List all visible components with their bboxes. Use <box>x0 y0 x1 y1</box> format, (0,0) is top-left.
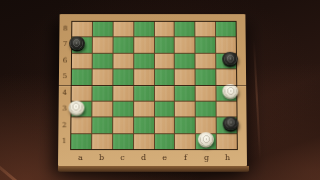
square-h4[interactable] <box>217 85 237 100</box>
file-label-a: a <box>70 150 91 166</box>
black-checker-a7[interactable] <box>69 36 85 50</box>
square-e8[interactable] <box>154 22 174 37</box>
square-c5[interactable] <box>113 69 133 84</box>
square-b6[interactable] <box>93 54 113 69</box>
square-d2[interactable] <box>134 118 154 133</box>
board-frame-right <box>237 21 247 150</box>
square-f2[interactable] <box>175 118 195 133</box>
square-f8[interactable] <box>175 22 195 37</box>
table-reflection <box>253 40 261 160</box>
black-checker-h6[interactable] <box>222 52 238 66</box>
square-d1[interactable] <box>134 134 154 149</box>
file-labels: abcdefgh <box>58 150 247 166</box>
square-g2[interactable] <box>196 118 216 133</box>
file-label-e: e <box>154 150 175 166</box>
rank-label-2: 2 <box>58 117 70 133</box>
square-b3[interactable] <box>92 102 112 117</box>
file-label-f: f <box>175 150 196 166</box>
square-h1[interactable] <box>217 134 237 149</box>
square-f7[interactable] <box>175 38 195 53</box>
square-a8[interactable] <box>72 22 92 37</box>
square-c7[interactable] <box>113 38 133 53</box>
square-a2[interactable] <box>71 118 91 133</box>
square-a3[interactable] <box>71 102 91 117</box>
square-d7[interactable] <box>134 38 154 53</box>
square-g3[interactable] <box>196 102 216 117</box>
square-f5[interactable] <box>175 69 195 84</box>
square-c1[interactable] <box>113 134 133 149</box>
board-frame-top <box>60 14 246 21</box>
file-label-b: b <box>91 150 112 166</box>
square-e7[interactable] <box>154 38 174 53</box>
square-f3[interactable] <box>175 102 195 117</box>
square-a6[interactable] <box>72 54 92 69</box>
rank-label-1: 1 <box>58 134 70 150</box>
square-c4[interactable] <box>113 85 133 100</box>
square-g6[interactable] <box>196 54 216 69</box>
square-g4[interactable] <box>196 85 216 100</box>
square-h7[interactable] <box>216 38 236 53</box>
square-d4[interactable] <box>134 85 154 100</box>
table-background: 87654321 abcdefgh <box>0 0 320 180</box>
square-d3[interactable] <box>134 102 154 117</box>
checkers-board: 87654321 abcdefgh <box>58 14 247 166</box>
rank-label-5: 5 <box>59 69 71 85</box>
square-c6[interactable] <box>113 54 133 69</box>
square-a4[interactable] <box>72 85 92 100</box>
file-label-d: d <box>133 150 154 166</box>
file-label-c: c <box>112 150 133 166</box>
square-b5[interactable] <box>92 69 112 84</box>
square-h3[interactable] <box>217 102 237 117</box>
square-b7[interactable] <box>93 38 113 53</box>
square-e5[interactable] <box>154 69 174 84</box>
square-g8[interactable] <box>196 22 216 37</box>
square-b1[interactable] <box>92 134 112 149</box>
square-h5[interactable] <box>216 69 236 84</box>
square-e3[interactable] <box>154 102 174 117</box>
square-b2[interactable] <box>92 118 112 133</box>
square-e1[interactable] <box>154 134 174 149</box>
square-f6[interactable] <box>175 54 195 69</box>
rank-label-4: 4 <box>59 85 71 101</box>
square-e2[interactable] <box>154 118 174 133</box>
black-checker-h2[interactable] <box>223 116 239 130</box>
square-h6[interactable] <box>216 54 236 69</box>
file-label-h: h <box>217 150 238 166</box>
rank-label-8: 8 <box>59 21 71 37</box>
square-b4[interactable] <box>92 85 112 100</box>
square-d6[interactable] <box>134 54 154 69</box>
square-e6[interactable] <box>154 54 174 69</box>
square-c2[interactable] <box>113 118 133 133</box>
square-a7[interactable] <box>72 38 92 53</box>
board-grid <box>70 21 238 150</box>
rank-label-6: 6 <box>59 53 71 69</box>
square-b8[interactable] <box>93 22 113 37</box>
square-e4[interactable] <box>154 85 174 100</box>
square-c8[interactable] <box>113 22 133 37</box>
square-g5[interactable] <box>196 69 216 84</box>
square-f1[interactable] <box>175 134 195 149</box>
white-checker-h4[interactable] <box>222 84 238 98</box>
square-c3[interactable] <box>113 102 133 117</box>
square-f4[interactable] <box>175 85 195 100</box>
square-d8[interactable] <box>134 22 154 37</box>
square-g1[interactable] <box>196 134 216 149</box>
square-h2[interactable] <box>217 118 237 133</box>
square-d5[interactable] <box>134 69 154 84</box>
white-checker-a3[interactable] <box>68 100 84 114</box>
white-checker-g1[interactable] <box>198 133 214 147</box>
square-g7[interactable] <box>196 38 216 53</box>
square-a5[interactable] <box>72 69 92 84</box>
square-h8[interactable] <box>216 22 236 37</box>
square-a1[interactable] <box>71 134 91 149</box>
file-label-g: g <box>196 150 217 166</box>
